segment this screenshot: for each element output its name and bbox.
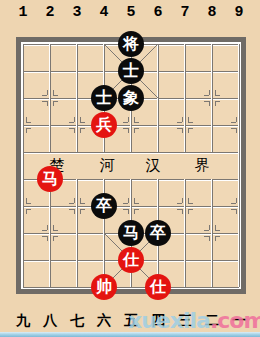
piece-black-elephant[interactable]: 象 [118,85,144,111]
watermark-site-name: xuexila [128,308,210,333]
piece-black-soldier[interactable]: 卒 [145,220,171,246]
file-label-top: 6 [145,5,171,21]
piece-red-advisor[interactable]: 仕 [118,247,144,273]
piece-red-general[interactable]: 帅 [91,274,117,300]
piece-red-advisor[interactable]: 仕 [145,274,171,300]
file-label-top: 1 [10,5,36,21]
file-label-bottom: 七 [64,312,90,329]
river-label: 界 [193,157,211,174]
river-label: 河 [98,157,116,174]
file-label-top: 3 [64,5,90,21]
board-grid: 楚河汉界将士士象兵马卒马卒仕帅仕 [23,44,239,287]
file-label-bottom: 八 [37,312,63,329]
file-label-top: 8 [199,5,225,21]
piece-black-horse[interactable]: 马 [118,220,144,246]
piece-black-general[interactable]: 将 [118,31,144,57]
file-label-top: 2 [37,5,63,21]
file-label-bottom: 九 [10,312,36,329]
file-label-top: 4 [91,5,117,21]
xiangqi-app: 123456789 楚河汉界将士士象兵马卒马卒仕帅仕 九八七六五四三二一 xue… [0,0,260,337]
file-label-top: 5 [118,5,144,21]
river-label: 汉 [144,157,162,174]
piece-red-horse[interactable]: 马 [37,166,63,192]
piece-black-advisor[interactable]: 士 [91,85,117,111]
file-label-top: 7 [172,5,198,21]
piece-black-advisor[interactable]: 士 [118,58,144,84]
watermark: xuexila.com [128,309,260,333]
file-label-bottom: 六 [91,312,117,329]
file-label-top: 9 [226,5,252,21]
xiangqi-board[interactable]: 楚河汉界将士士象兵马卒马卒仕帅仕 [16,37,246,294]
piece-red-soldier[interactable]: 兵 [91,112,117,138]
piece-black-soldier[interactable]: 卒 [91,193,117,219]
watermark-domain-suffix: .com [210,308,260,333]
